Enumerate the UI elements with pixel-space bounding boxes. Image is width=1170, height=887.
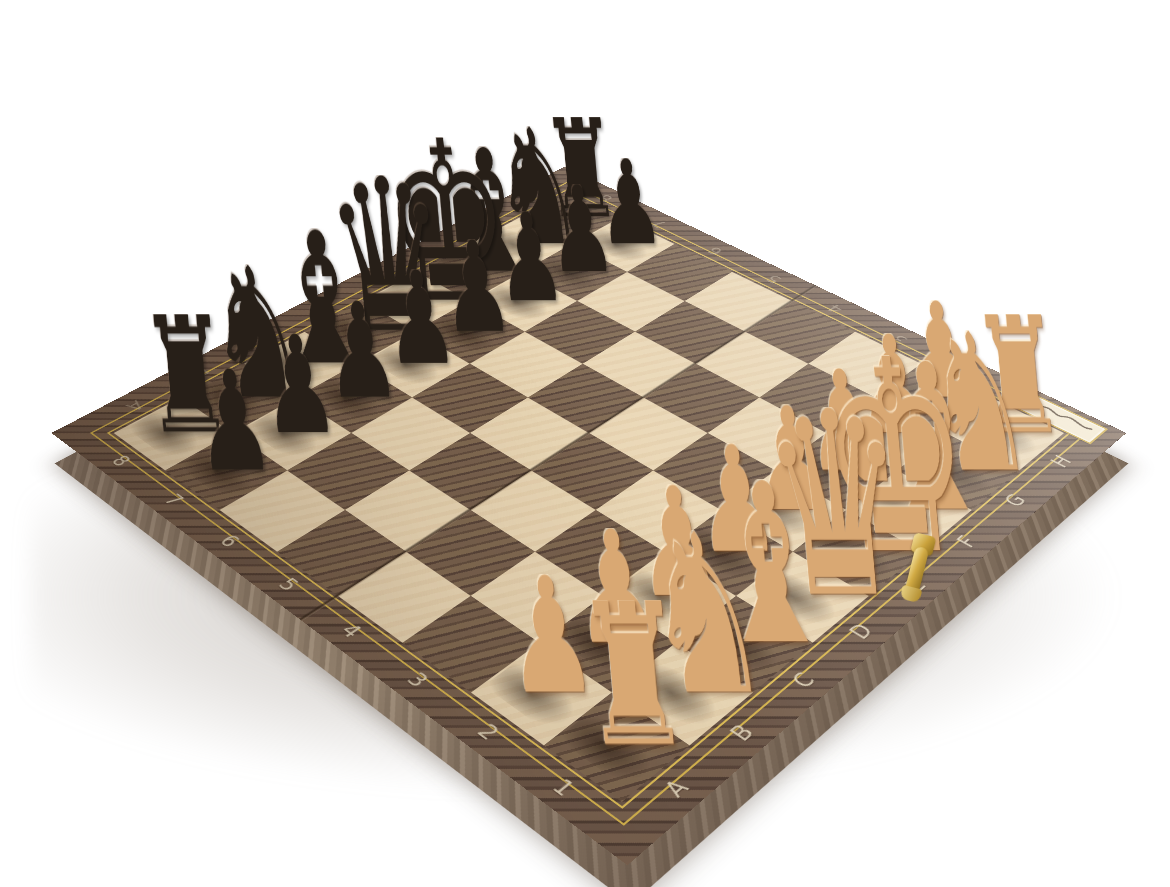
board-surface: ♜♟♟♜♞♟♟♞♝♟♟♝♚♟♟♚♛♟♟♛♝♟♟♝♞♟♟♞♜♟♟♜ 8877665… [51, 166, 1126, 865]
square-e5[interactable] [528, 364, 644, 433]
piece-white-pawn[interactable]: ♟ [500, 574, 573, 699]
chess-board: ♜♟♟♜♞♟♟♞♝♟♟♝♚♟♟♚♛♟♟♛♝♟♟♝♞♟♟♞♜♟♟♜ 8877665… [51, 166, 1126, 865]
scene: ♜♟♟♜♞♟♟♞♝♟♟♝♚♟♟♚♛♟♟♛♝♟♟♝♞♟♟♞♜♟♟♜ 8877665… [0, 0, 1170, 887]
piece-white-rook[interactable]: ♜ [572, 600, 649, 753]
piece-black-pawn[interactable]: ♟ [191, 368, 254, 476]
playing-field: ♜♟♟♜♞♟♟♞♝♟♟♝♚♟♟♚♛♟♟♛♝♟♟♝♞♟♟♞♜♟♟♜ [114, 192, 1064, 802]
photo-backdrop: ♜♟♟♜♞♟♟♞♝♟♟♝♚♟♟♚♛♟♟♛♝♟♟♝♞♟♟♞♜♟♟♜ 8877665… [0, 0, 1170, 887]
camera-tilt-wrapper: ♜♟♟♜♞♟♟♞♝♟♟♝♚♟♟♚♛♟♟♛♝♟♟♝♞♟♟♞♜♟♟♜ 8877665… [0, 0, 1170, 887]
